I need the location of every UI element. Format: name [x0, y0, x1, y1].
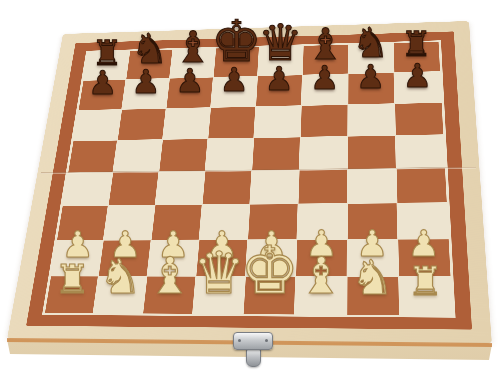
- board-square-f4: [299, 170, 347, 204]
- board-square-d5: [205, 138, 253, 171]
- board-square-b1: [94, 276, 147, 313]
- board-square-c7: [166, 78, 212, 109]
- board-square-b8: [126, 50, 172, 79]
- board-square-c6: [163, 108, 210, 139]
- board-square-b2: [99, 240, 151, 276]
- board-square-c8: [170, 49, 216, 79]
- board-square-e5: [252, 137, 300, 170]
- board-square-a7: [79, 80, 126, 110]
- product-photo-canvas: ♜♞♝♚♛♝♞♜♟♟♟♟♟♟♟♟♟♟♟♟♟♟♟♟♜♞♝♛♚♝♞♜: [0, 0, 500, 370]
- board-square-h8: [394, 42, 440, 72]
- board-square-d8: [214, 47, 259, 77]
- board-square-d6: [208, 107, 255, 139]
- board-square-g4: [348, 169, 397, 203]
- board-square-a5: [68, 140, 117, 172]
- board-square-e6: [254, 106, 301, 138]
- board-square-b6: [118, 109, 166, 140]
- clasp-tongue: [246, 348, 261, 367]
- board-square-b5: [113, 140, 161, 172]
- board-square-e3: [248, 204, 298, 239]
- chess-board: [7, 21, 492, 344]
- board-square-e2: [246, 240, 297, 276]
- board-square-f1: [295, 277, 346, 315]
- board-square-f3: [297, 204, 346, 239]
- board-square-h5: [396, 135, 445, 168]
- board-square-g1: [347, 277, 399, 315]
- board-square-g6: [348, 104, 395, 136]
- board-square-g5: [348, 136, 396, 169]
- board-square-f5: [300, 137, 347, 170]
- board-square-h7: [394, 72, 441, 103]
- board-square-h3: [397, 203, 448, 239]
- board-square-a2: [51, 240, 103, 275]
- board-square-f2: [296, 240, 346, 276]
- board-square-h2: [398, 239, 450, 276]
- board-square-b3: [104, 205, 154, 239]
- board-square-c2: [147, 240, 198, 276]
- board-square-e1: [244, 277, 296, 315]
- board-square-c3: [151, 205, 201, 240]
- board-square-g3: [347, 203, 397, 238]
- board-square-b7: [122, 79, 169, 109]
- board-square-d2: [196, 240, 247, 276]
- board-square-d1: [193, 277, 245, 315]
- board-square-h4: [397, 168, 447, 203]
- board-square-e4: [250, 170, 299, 204]
- board-square-a8: [84, 51, 130, 80]
- board-square-a6: [74, 110, 122, 141]
- board-square-a1: [45, 276, 98, 313]
- board-square-g8: [348, 43, 393, 73]
- board-square-f6: [301, 105, 347, 137]
- board-square-g2: [347, 239, 398, 276]
- board-square-a3: [57, 206, 108, 240]
- board-square-a4: [63, 173, 113, 206]
- board-square-e7: [256, 75, 302, 106]
- board-square-c4: [155, 171, 204, 204]
- board-square-h1: [399, 277, 452, 316]
- board-square-b4: [109, 172, 158, 205]
- board-squares-grid: [45, 42, 453, 316]
- clasp-latch-icon: [233, 332, 273, 367]
- board-square-d3: [199, 205, 249, 240]
- board-square-c1: [143, 276, 195, 313]
- board-square-g7: [348, 73, 394, 104]
- board-square-e8: [258, 46, 303, 76]
- board-square-h6: [395, 103, 443, 135]
- board-square-c5: [159, 139, 207, 171]
- board-square-d7: [211, 76, 257, 107]
- board-square-f7: [302, 74, 348, 105]
- clasp-plate: [233, 332, 273, 350]
- board-square-f8: [303, 45, 348, 75]
- board-square-d4: [202, 171, 251, 205]
